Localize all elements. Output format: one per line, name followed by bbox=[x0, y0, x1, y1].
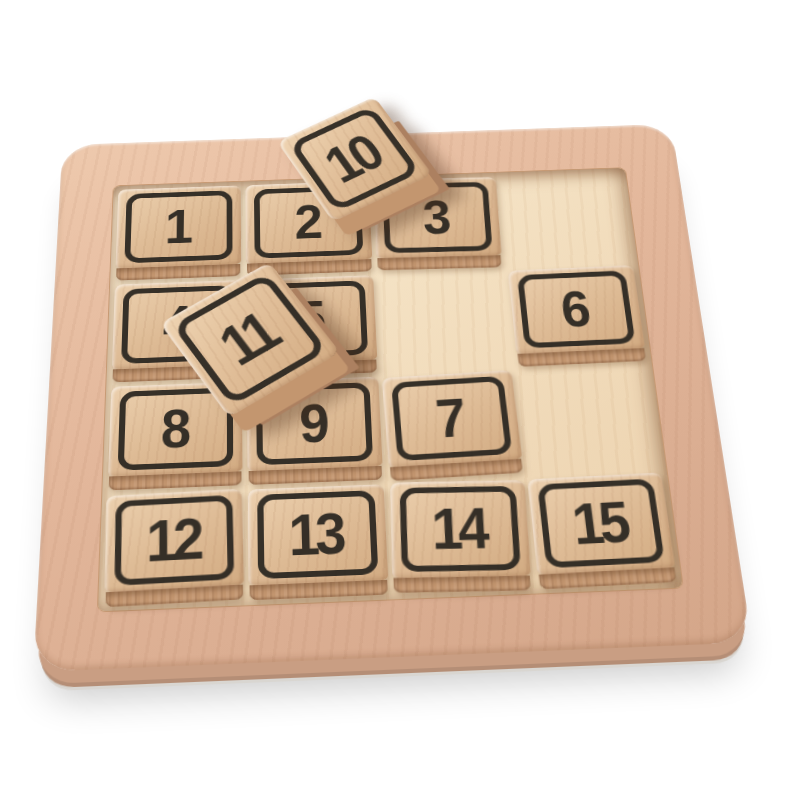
tile-number: 10 bbox=[316, 126, 393, 191]
lifted-tile-10[interactable]: 10 bbox=[277, 97, 432, 222]
tile-number-frame: 11 bbox=[172, 272, 328, 406]
product-photo: 12345689712131415 1011 bbox=[0, 0, 800, 800]
scene-perspective: 12345689712131415 1011 bbox=[33, 124, 752, 672]
tile-top-face: 10 bbox=[277, 97, 432, 222]
lifted-tiles-layer: 1011 bbox=[33, 124, 752, 672]
tile-number-frame: 10 bbox=[288, 106, 420, 213]
puzzle-tray: 12345689712131415 1011 bbox=[33, 124, 752, 672]
tile-top-face: 11 bbox=[160, 262, 340, 417]
lifted-tile-11[interactable]: 11 bbox=[160, 262, 340, 417]
tile-number: 11 bbox=[209, 302, 290, 374]
